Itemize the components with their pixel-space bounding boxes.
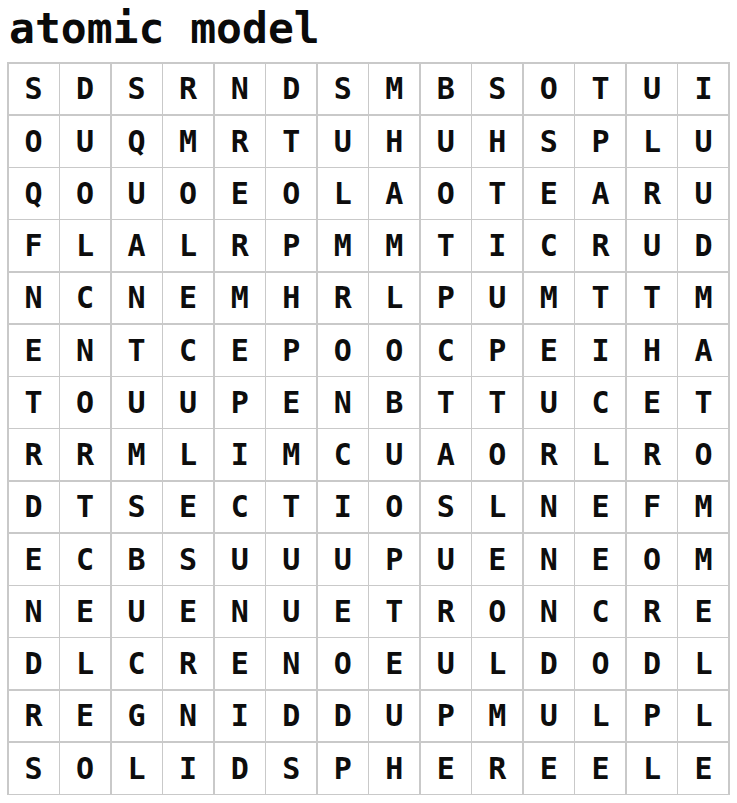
cell-r11c11[interactable]: N [524, 586, 574, 637]
cell-r13c8[interactable]: U [369, 691, 419, 742]
cell-r4c1[interactable]: F [9, 220, 59, 271]
cell-r6c2[interactable]: N [60, 325, 110, 376]
cell-r9c5[interactable]: C [215, 482, 265, 533]
cell-r10c14[interactable]: M [678, 534, 728, 585]
cell-r13c14[interactable]: L [678, 691, 728, 742]
cell-r3c7[interactable]: L [318, 168, 368, 219]
cell-r3c6[interactable]: O [266, 168, 316, 219]
cell-r13c7[interactable]: D [318, 691, 368, 742]
cell-r11c2[interactable]: E [60, 586, 110, 637]
cell-r10c4[interactable]: S [163, 534, 213, 585]
cell-r1c7[interactable]: S [318, 64, 368, 115]
cell-r8c8[interactable]: U [369, 429, 419, 480]
cell-r2c14[interactable]: U [678, 116, 728, 167]
cell-r4c11[interactable]: C [524, 220, 574, 271]
cell-r2c4[interactable]: M [163, 116, 213, 167]
cell-r10c7[interactable]: U [318, 534, 368, 585]
cell-r10c12[interactable]: E [575, 534, 625, 585]
cell-r4c7[interactable]: M [318, 220, 368, 271]
cell-r7c5[interactable]: P [215, 377, 265, 428]
cell-r5c14[interactable]: M [678, 273, 728, 324]
cell-r14c10[interactable]: R [472, 743, 522, 794]
cell-r5c12[interactable]: T [575, 273, 625, 324]
cell-r14c9[interactable]: E [421, 743, 471, 794]
word-search-page: atomic model SDSRNDSMBSOTUIOUQMRTUHUHSPL… [0, 0, 737, 803]
cell-r14c5[interactable]: D [215, 743, 265, 794]
cell-r10c10[interactable]: E [472, 534, 522, 585]
cell-r10c6[interactable]: U [266, 534, 316, 585]
cell-r9c14[interactable]: M [678, 482, 728, 533]
cell-r12c5[interactable]: E [215, 638, 265, 689]
cell-r4c4[interactable]: L [163, 220, 213, 271]
cell-r9c12[interactable]: E [575, 482, 625, 533]
cell-r6c4[interactable]: C [163, 325, 213, 376]
cell-r5c4[interactable]: E [163, 273, 213, 324]
cell-r8c12[interactable]: L [575, 429, 625, 480]
cell-r7c13[interactable]: E [627, 377, 677, 428]
cell-r4c3[interactable]: A [112, 220, 162, 271]
cell-r4c9[interactable]: T [421, 220, 471, 271]
cell-r9c6[interactable]: T [266, 482, 316, 533]
cell-r7c12[interactable]: C [575, 377, 625, 428]
cell-r2c12[interactable]: P [575, 116, 625, 167]
cell-r10c5[interactable]: U [215, 534, 265, 585]
cell-r14c1[interactable]: S [9, 743, 59, 794]
cell-r6c11[interactable]: E [524, 325, 574, 376]
cell-r11c9[interactable]: R [421, 586, 471, 637]
cell-r3c10[interactable]: T [472, 168, 522, 219]
page-title: atomic model [9, 0, 320, 56]
cell-r1c1[interactable]: S [9, 64, 59, 115]
cell-r8c1[interactable]: R [9, 429, 59, 480]
cell-r7c1[interactable]: T [9, 377, 59, 428]
cell-r6c8[interactable]: O [369, 325, 419, 376]
cell-r2c6[interactable]: T [266, 116, 316, 167]
cell-r5c3[interactable]: N [112, 273, 162, 324]
cell-r6c9[interactable]: C [421, 325, 471, 376]
cell-r11c7[interactable]: E [318, 586, 368, 637]
cell-r11c12[interactable]: C [575, 586, 625, 637]
cell-r7c2[interactable]: O [60, 377, 110, 428]
cell-r12c10[interactable]: L [472, 638, 522, 689]
cell-r8c5[interactable]: I [215, 429, 265, 480]
cell-r3c1[interactable]: Q [9, 168, 59, 219]
cell-r1c10[interactable]: S [472, 64, 522, 115]
cell-r9c8[interactable]: O [369, 482, 419, 533]
cell-r11c3[interactable]: U [112, 586, 162, 637]
cell-r4c2[interactable]: L [60, 220, 110, 271]
cell-r14c14[interactable]: E [678, 743, 728, 794]
cell-r8c3[interactable]: M [112, 429, 162, 480]
cell-r5c13[interactable]: T [627, 273, 677, 324]
cell-r13c4[interactable]: N [163, 691, 213, 742]
cell-r12c11[interactable]: D [524, 638, 574, 689]
cell-r5c7[interactable]: R [318, 273, 368, 324]
cell-r9c11[interactable]: N [524, 482, 574, 533]
cell-r6c10[interactable]: P [472, 325, 522, 376]
cell-r11c8[interactable]: T [369, 586, 419, 637]
cell-r2c8[interactable]: H [369, 116, 419, 167]
cell-r1c2[interactable]: D [60, 64, 110, 115]
cell-r5c9[interactable]: P [421, 273, 471, 324]
cell-r5c11[interactable]: M [524, 273, 574, 324]
cell-r12c12[interactable]: O [575, 638, 625, 689]
cell-r12c3[interactable]: C [112, 638, 162, 689]
cell-r2c7[interactable]: U [318, 116, 368, 167]
cell-r13c6[interactable]: D [266, 691, 316, 742]
cell-r13c2[interactable]: E [60, 691, 110, 742]
cell-r2c1[interactable]: O [9, 116, 59, 167]
cell-r5c8[interactable]: L [369, 273, 419, 324]
cell-r11c4[interactable]: E [163, 586, 213, 637]
cell-r6c14[interactable]: A [678, 325, 728, 376]
cell-r6c5[interactable]: E [215, 325, 265, 376]
cell-r10c1[interactable]: E [9, 534, 59, 585]
cell-r13c11[interactable]: U [524, 691, 574, 742]
cell-r9c13[interactable]: F [627, 482, 677, 533]
cell-r4c5[interactable]: R [215, 220, 265, 271]
cell-r3c4[interactable]: O [163, 168, 213, 219]
cell-r12c8[interactable]: E [369, 638, 419, 689]
cell-r1c3[interactable]: S [112, 64, 162, 115]
cell-r5c1[interactable]: N [9, 273, 59, 324]
cell-r6c7[interactable]: O [318, 325, 368, 376]
cell-r7c11[interactable]: U [524, 377, 574, 428]
cell-r8c6[interactable]: M [266, 429, 316, 480]
cell-r7c7[interactable]: N [318, 377, 368, 428]
cell-r7c10[interactable]: T [472, 377, 522, 428]
cell-r14c11[interactable]: E [524, 743, 574, 794]
cell-r1c12[interactable]: T [575, 64, 625, 115]
cell-r14c7[interactable]: P [318, 743, 368, 794]
cell-r2c10[interactable]: H [472, 116, 522, 167]
cell-r10c13[interactable]: O [627, 534, 677, 585]
cell-r9c3[interactable]: S [112, 482, 162, 533]
cell-r8c9[interactable]: A [421, 429, 471, 480]
cell-r1c6[interactable]: D [266, 64, 316, 115]
cell-r14c13[interactable]: L [627, 743, 677, 794]
cell-r11c5[interactable]: N [215, 586, 265, 637]
cell-r2c3[interactable]: Q [112, 116, 162, 167]
cell-r1c11[interactable]: O [524, 64, 574, 115]
cell-r7c9[interactable]: T [421, 377, 471, 428]
cell-r14c8[interactable]: H [369, 743, 419, 794]
cell-r12c9[interactable]: U [421, 638, 471, 689]
cell-r14c2[interactable]: O [60, 743, 110, 794]
cell-r1c4[interactable]: R [163, 64, 213, 115]
cell-r12c1[interactable]: D [9, 638, 59, 689]
cell-r14c6[interactable]: S [266, 743, 316, 794]
cell-r10c3[interactable]: B [112, 534, 162, 585]
cell-r11c13[interactable]: R [627, 586, 677, 637]
cell-r14c12[interactable]: E [575, 743, 625, 794]
cell-r11c14[interactable]: E [678, 586, 728, 637]
cell-r7c8[interactable]: B [369, 377, 419, 428]
cell-r2c5[interactable]: R [215, 116, 265, 167]
cell-r1c14[interactable]: I [678, 64, 728, 115]
cell-r6c6[interactable]: P [266, 325, 316, 376]
cell-r7c6[interactable]: E [266, 377, 316, 428]
cell-r9c1[interactable]: D [9, 482, 59, 533]
cell-r4c6[interactable]: P [266, 220, 316, 271]
cell-r13c12[interactable]: L [575, 691, 625, 742]
cell-r13c5[interactable]: I [215, 691, 265, 742]
cell-r2c11[interactable]: S [524, 116, 574, 167]
cell-r3c3[interactable]: U [112, 168, 162, 219]
cell-r3c13[interactable]: R [627, 168, 677, 219]
cell-r10c11[interactable]: N [524, 534, 574, 585]
cell-r13c13[interactable]: P [627, 691, 677, 742]
cell-r8c7[interactable]: C [318, 429, 368, 480]
cell-r5c2[interactable]: C [60, 273, 110, 324]
cell-r13c1[interactable]: R [9, 691, 59, 742]
cell-r13c3[interactable]: G [112, 691, 162, 742]
cell-r7c4[interactable]: U [163, 377, 213, 428]
cell-r11c6[interactable]: U [266, 586, 316, 637]
cell-r6c3[interactable]: T [112, 325, 162, 376]
cell-r13c10[interactable]: M [472, 691, 522, 742]
cell-r3c9[interactable]: O [421, 168, 471, 219]
cell-r4c8[interactable]: M [369, 220, 419, 271]
cell-r12c13[interactable]: D [627, 638, 677, 689]
cell-r4c14[interactable]: D [678, 220, 728, 271]
word-search-board: SDSRNDSMBSOTUIOUQMRTUHUHSPLUQOUOEOLAOTEA… [7, 62, 730, 795]
cell-r5c5[interactable]: M [215, 273, 265, 324]
cell-r1c8[interactable]: M [369, 64, 419, 115]
cell-r7c3[interactable]: U [112, 377, 162, 428]
cell-r9c4[interactable]: E [163, 482, 213, 533]
cell-r12c14[interactable]: L [678, 638, 728, 689]
cell-r3c12[interactable]: A [575, 168, 625, 219]
cell-r12c4[interactable]: R [163, 638, 213, 689]
cell-r8c2[interactable]: R [60, 429, 110, 480]
cell-r14c3[interactable]: L [112, 743, 162, 794]
cell-r2c9[interactable]: U [421, 116, 471, 167]
cell-r13c9[interactable]: P [421, 691, 471, 742]
cell-r1c5[interactable]: N [215, 64, 265, 115]
cell-r11c1[interactable]: N [9, 586, 59, 637]
cell-r5c10[interactable]: U [472, 273, 522, 324]
cell-r9c2[interactable]: T [60, 482, 110, 533]
cell-r3c8[interactable]: A [369, 168, 419, 219]
cell-r1c9[interactable]: B [421, 64, 471, 115]
cell-r12c6[interactable]: N [266, 638, 316, 689]
cell-r4c12[interactable]: R [575, 220, 625, 271]
cell-r7c14[interactable]: T [678, 377, 728, 428]
cell-r11c10[interactable]: O [472, 586, 522, 637]
cell-r9c9[interactable]: S [421, 482, 471, 533]
cell-r8c4[interactable]: L [163, 429, 213, 480]
cell-r8c10[interactable]: O [472, 429, 522, 480]
cell-r9c7[interactable]: I [318, 482, 368, 533]
cell-r10c8[interactable]: P [369, 534, 419, 585]
cell-r1c13[interactable]: U [627, 64, 677, 115]
cell-r4c13[interactable]: U [627, 220, 677, 271]
cell-r12c2[interactable]: L [60, 638, 110, 689]
cell-r8c11[interactable]: R [524, 429, 574, 480]
cell-r5c6[interactable]: H [266, 273, 316, 324]
cell-r6c12[interactable]: I [575, 325, 625, 376]
cell-r4c10[interactable]: I [472, 220, 522, 271]
cell-r3c5[interactable]: E [215, 168, 265, 219]
cell-r14c4[interactable]: I [163, 743, 213, 794]
cell-r2c2[interactable]: U [60, 116, 110, 167]
cell-r8c13[interactable]: R [627, 429, 677, 480]
cell-r10c9[interactable]: U [421, 534, 471, 585]
cell-r2c13[interactable]: L [627, 116, 677, 167]
cell-r3c11[interactable]: E [524, 168, 574, 219]
cell-r12c7[interactable]: O [318, 638, 368, 689]
cell-r10c2[interactable]: C [60, 534, 110, 585]
cell-r9c10[interactable]: L [472, 482, 522, 533]
cell-r3c2[interactable]: O [60, 168, 110, 219]
cell-r3c14[interactable]: U [678, 168, 728, 219]
cell-r8c14[interactable]: O [678, 429, 728, 480]
cell-r6c1[interactable]: E [9, 325, 59, 376]
cell-r6c13[interactable]: H [627, 325, 677, 376]
